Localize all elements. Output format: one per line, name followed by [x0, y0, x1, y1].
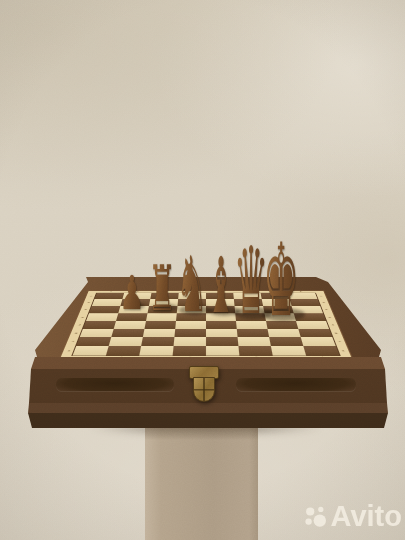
board-square-f2 [238, 337, 271, 346]
board-square-f1 [238, 346, 272, 355]
board-square-a1 [73, 346, 109, 355]
board-square-a5 [86, 313, 118, 321]
board-border-label: 2 [332, 337, 346, 346]
board-square-d3 [174, 329, 206, 337]
stone-pedestal [145, 424, 258, 540]
board-square-g1 [271, 346, 306, 355]
chess-piece-bishop: ♝ [207, 247, 236, 324]
watermark: Avito [304, 500, 402, 533]
chess-piece-king: ♚ [262, 230, 298, 331]
board-square-c2 [141, 337, 174, 346]
chess-piece-rook: ♜ [148, 257, 176, 320]
board-square-g2 [269, 337, 303, 346]
board-square-c1 [139, 346, 173, 355]
board-border-label: 1 [336, 346, 351, 355]
board-square-b1 [106, 346, 141, 355]
chess-piece-pawn: ♟ [120, 269, 145, 316]
latch-hasp [193, 377, 215, 402]
board-border-label: 6 [320, 306, 333, 313]
carved-groove-left [56, 378, 174, 391]
board-square-a4 [83, 321, 116, 329]
brass-latch [188, 366, 220, 404]
board-square-b3 [111, 329, 144, 337]
board-square-h1 [303, 346, 339, 355]
board-square-a2 [76, 337, 111, 346]
board-square-e2 [206, 337, 238, 346]
carved-groove-right [236, 378, 356, 391]
board-square-e1 [206, 346, 239, 355]
board-square-a7 [92, 299, 123, 306]
watermark-text: Avito [331, 500, 402, 533]
chess-piece-knight: ♞ [176, 246, 208, 323]
board-square-h3 [298, 329, 332, 337]
board-square-a6 [89, 306, 120, 313]
board-square-h2 [301, 337, 336, 346]
board-border-label: 4 [326, 321, 339, 329]
board-square-a3 [80, 329, 114, 337]
board-square-b4 [114, 321, 146, 329]
board-square-d1 [173, 346, 206, 355]
avito-dots-logo-icon [304, 505, 328, 529]
board-square-b2 [109, 337, 143, 346]
board-border-label: 3 [329, 329, 343, 337]
board-square-c3 [143, 329, 175, 337]
chess-set-product-photo: abcdefgh8877665544332211abcdefgh ♟♜♞♝♛♚ … [0, 0, 405, 540]
board-border-label: 7 [318, 299, 330, 306]
board-square-d2 [174, 337, 206, 346]
board-border-label: 5 [323, 313, 336, 321]
board-square-h4 [296, 321, 329, 329]
